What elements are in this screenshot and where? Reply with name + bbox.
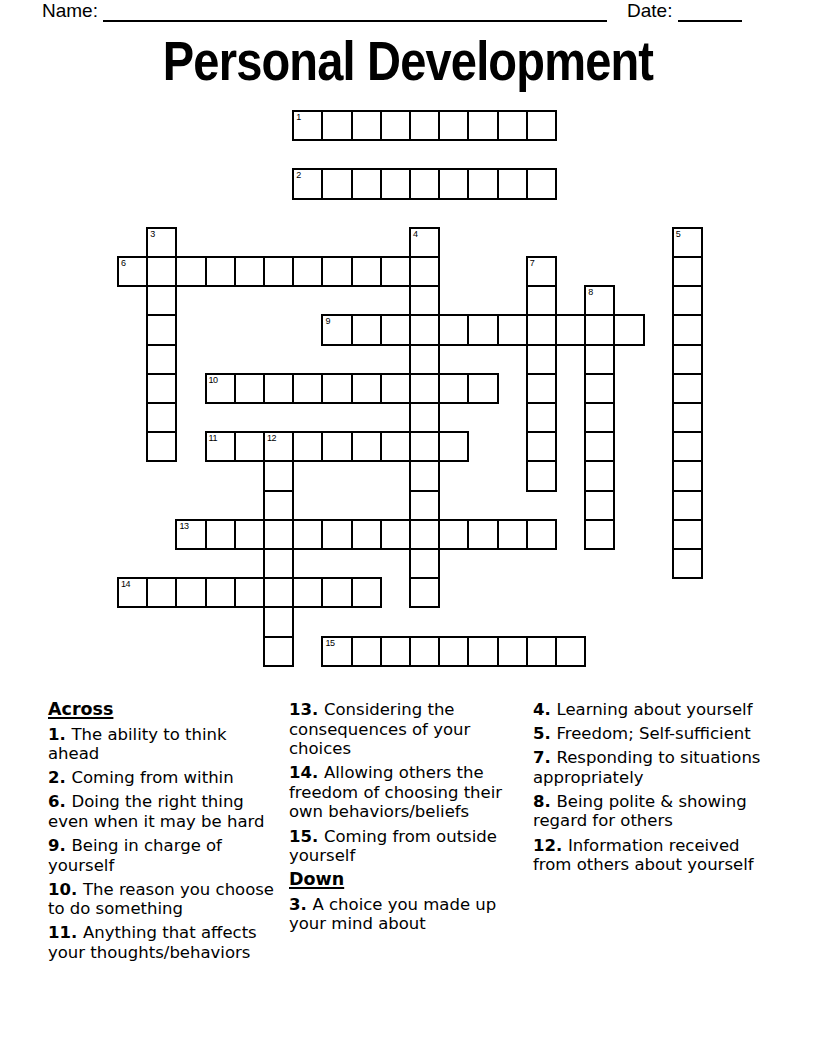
grid-cell-r12c5[interactable]: [263, 460, 294, 491]
grid-cell-r12c10[interactable]: [409, 460, 440, 491]
clue-number: 11.: [48, 923, 83, 942]
grid-cell-r0c9[interactable]: [380, 110, 411, 141]
grid-cell-r13c5[interactable]: [263, 490, 294, 521]
grid-cell-r14c12[interactable]: [467, 519, 498, 550]
grid-cell-r15c19[interactable]: [672, 548, 703, 579]
grid-cell-r11c3[interactable]: 11: [205, 431, 236, 462]
grid-cell-r11c10[interactable]: [409, 431, 440, 462]
grid-cell-r12c14[interactable]: [526, 460, 557, 491]
grid-cell-r5c19[interactable]: [672, 256, 703, 287]
clue-number: 3.: [289, 895, 313, 914]
grid-cell-r9c10[interactable]: [409, 373, 440, 404]
grid-cell-r5c5[interactable]: [263, 256, 294, 287]
grid-cell-r2c8[interactable]: [351, 168, 382, 199]
grid-cell-r0c14[interactable]: [526, 110, 557, 141]
grid-cell-r9c16[interactable]: [584, 373, 615, 404]
grid-cell-r16c4[interactable]: [234, 577, 265, 608]
grid-cell-r0c8[interactable]: [351, 110, 382, 141]
grid-cell-r6c14[interactable]: [526, 285, 557, 316]
cell-number-13: 13: [179, 521, 188, 532]
grid-cell-r7c17[interactable]: [613, 314, 644, 345]
grid-cell-r5c10[interactable]: [409, 256, 440, 287]
grid-cell-r5c7[interactable]: [321, 256, 352, 287]
clue-11-across: 11. Anything that affects your thoughts/…: [48, 923, 278, 962]
clue-13-across: 13. Considering the consequences of your…: [289, 700, 527, 759]
grid-cell-r8c16[interactable]: [584, 344, 615, 375]
clue-column-3: 4. Learning about yourself5. Freedom; Se…: [533, 700, 775, 879]
grid-cell-r8c19[interactable]: [672, 344, 703, 375]
grid-cell-r0c7[interactable]: [321, 110, 352, 141]
worksheet-page: Name: Date: Personal Development 1234567…: [0, 0, 816, 1056]
grid-cell-r15c10[interactable]: [409, 548, 440, 579]
grid-cell-r18c5[interactable]: [263, 636, 294, 667]
clue-text: Being polite & showing regard for others: [533, 792, 747, 831]
grid-cell-r5c9[interactable]: [380, 256, 411, 287]
clue-text: Doing the right thing even when it may b…: [48, 792, 264, 831]
grid-cell-r13c19[interactable]: [672, 490, 703, 521]
grid-cell-r2c12[interactable]: [467, 168, 498, 199]
grid-cell-r14c7[interactable]: [321, 519, 352, 550]
grid-cell-r18c7[interactable]: 15: [321, 636, 352, 667]
grid-cell-r5c8[interactable]: [351, 256, 382, 287]
grid-cell-r10c10[interactable]: [409, 402, 440, 433]
grid-cell-r7c15[interactable]: [555, 314, 586, 345]
grid-cell-r9c4[interactable]: [234, 373, 265, 404]
grid-cell-r4c1[interactable]: 3: [146, 227, 177, 258]
grid-cell-r6c16[interactable]: 8: [584, 285, 615, 316]
grid-cell-r7c16[interactable]: [584, 314, 615, 345]
clue-number: 12.: [533, 836, 568, 855]
grid-cell-r9c3[interactable]: 10: [205, 373, 236, 404]
grid-cell-r9c8[interactable]: [351, 373, 382, 404]
crossword-grid: 123456789101112131415: [117, 110, 733, 666]
grid-cell-r14c6[interactable]: [292, 519, 323, 550]
grid-cell-r16c2[interactable]: [175, 577, 206, 608]
grid-cell-r14c5[interactable]: [263, 519, 294, 550]
grid-cell-r16c10[interactable]: [409, 577, 440, 608]
clue-7-down: 7. Responding to situations appropriatel…: [533, 748, 775, 787]
clue-number: 5.: [533, 724, 557, 743]
grid-cell-r11c7[interactable]: [321, 431, 352, 462]
clue-text: Responding to situations appropriately: [533, 748, 760, 787]
grid-cell-r4c10[interactable]: 4: [409, 227, 440, 258]
clue-15-across: 15. Coming from outside yourself: [289, 827, 527, 866]
clue-column-2: 13. Considering the consequences of your…: [289, 700, 527, 939]
grid-cell-r18c12[interactable]: [467, 636, 498, 667]
page-title: Personal Development: [65, 30, 750, 92]
clue-5-down: 5. Freedom; Self-sufficient: [533, 724, 775, 744]
grid-cell-r7c19[interactable]: [672, 314, 703, 345]
clue-number: 13.: [289, 700, 324, 719]
grid-cell-r7c13[interactable]: [497, 314, 528, 345]
down-heading: Down: [289, 870, 527, 890]
clues-section: Across1. The ability to think ahead2. Co…: [48, 700, 775, 967]
clue-text: Coming from within: [72, 768, 234, 787]
grid-cell-r8c10[interactable]: [409, 344, 440, 375]
grid-cell-r2c11[interactable]: [438, 168, 469, 199]
clue-number: 1.: [48, 725, 72, 744]
grid-cell-r18c15[interactable]: [555, 636, 586, 667]
clue-14-across: 14. Allowing others the freedom of choos…: [289, 763, 527, 822]
grid-cell-r18c11[interactable]: [438, 636, 469, 667]
grid-cell-r10c14[interactable]: [526, 402, 557, 433]
grid-cell-r9c5[interactable]: [263, 373, 294, 404]
grid-cell-r2c14[interactable]: [526, 168, 557, 199]
grid-cell-r11c6[interactable]: [292, 431, 323, 462]
grid-cell-r0c12[interactable]: [467, 110, 498, 141]
grid-cell-r11c9[interactable]: [380, 431, 411, 462]
cell-number-4: 4: [413, 229, 418, 240]
grid-cell-r18c13[interactable]: [497, 636, 528, 667]
grid-cell-r11c8[interactable]: [351, 431, 382, 462]
grid-cell-r2c7[interactable]: [321, 168, 352, 199]
grid-cell-r16c7[interactable]: [321, 577, 352, 608]
cell-number-8: 8: [588, 287, 593, 298]
grid-cell-r5c0[interactable]: 6: [117, 256, 148, 287]
clue-number: 9.: [48, 836, 72, 855]
name-input-line[interactable]: [103, 0, 607, 22]
grid-cell-r18c14[interactable]: [526, 636, 557, 667]
grid-cell-r7c8[interactable]: [351, 314, 382, 345]
grid-cell-r13c16[interactable]: [584, 490, 615, 521]
date-input-line[interactable]: [678, 0, 742, 22]
grid-cell-r11c4[interactable]: [234, 431, 265, 462]
grid-cell-r0c11[interactable]: [438, 110, 469, 141]
grid-cell-r15c5[interactable]: [263, 548, 294, 579]
grid-cell-r5c14[interactable]: 7: [526, 256, 557, 287]
clue-text: Being in charge of yourself: [48, 836, 222, 875]
grid-cell-r14c10[interactable]: [409, 519, 440, 550]
grid-cell-r5c1[interactable]: [146, 256, 177, 287]
grid-cell-r14c2[interactable]: 13: [175, 519, 206, 550]
grid-cell-r5c2[interactable]: [175, 256, 206, 287]
grid-cell-r9c6[interactable]: [292, 373, 323, 404]
clue-text: A choice you made up your mind about: [289, 895, 496, 934]
clue-number: 14.: [289, 763, 324, 782]
grid-cell-r9c19[interactable]: [672, 373, 703, 404]
grid-cell-r5c6[interactable]: [292, 256, 323, 287]
grid-cell-r0c10[interactable]: [409, 110, 440, 141]
grid-cell-r18c8[interactable]: [351, 636, 382, 667]
grid-cell-r10c1[interactable]: [146, 402, 177, 433]
grid-cell-r13c10[interactable]: [409, 490, 440, 521]
cell-number-6: 6: [121, 258, 126, 269]
cell-number-12: 12: [267, 433, 276, 444]
grid-cell-r14c8[interactable]: [351, 519, 382, 550]
grid-cell-r16c0[interactable]: 14: [117, 577, 148, 608]
grid-cell-r14c16[interactable]: [584, 519, 615, 550]
clue-number: 15.: [289, 827, 324, 846]
clue-number: 10.: [48, 880, 83, 899]
clue-6-across: 6. Doing the right thing even when it ma…: [48, 792, 278, 831]
clue-number: 8.: [533, 792, 557, 811]
grid-cell-r4c19[interactable]: 5: [672, 227, 703, 258]
cell-number-1: 1: [296, 112, 301, 123]
clue-column-1: Across1. The ability to think ahead2. Co…: [48, 700, 278, 967]
grid-cell-r6c10[interactable]: [409, 285, 440, 316]
grid-cell-r11c19[interactable]: [672, 431, 703, 462]
grid-cell-r8c1[interactable]: [146, 344, 177, 375]
grid-cell-r14c9[interactable]: [380, 519, 411, 550]
grid-cell-r2c10[interactable]: [409, 168, 440, 199]
grid-cell-r16c1[interactable]: [146, 577, 177, 608]
clue-4-down: 4. Learning about yourself: [533, 700, 775, 720]
clue-8-down: 8. Being polite & showing regard for oth…: [533, 792, 775, 831]
grid-cell-r18c9[interactable]: [380, 636, 411, 667]
cell-number-9: 9: [325, 316, 330, 327]
grid-cell-r14c4[interactable]: [234, 519, 265, 550]
grid-cell-r14c3[interactable]: [205, 519, 236, 550]
grid-cell-r9c9[interactable]: [380, 373, 411, 404]
grid-cell-r9c7[interactable]: [321, 373, 352, 404]
clue-text: The ability to think ahead: [48, 725, 227, 764]
grid-cell-r14c11[interactable]: [438, 519, 469, 550]
grid-cell-r11c11[interactable]: [438, 431, 469, 462]
clue-3-down: 3. A choice you made up your mind about: [289, 895, 527, 934]
cell-number-14: 14: [121, 579, 130, 590]
cell-number-3: 3: [150, 229, 155, 240]
grid-cell-r2c9[interactable]: [380, 168, 411, 199]
clue-number: 4.: [533, 700, 557, 719]
name-label: Name:: [42, 0, 98, 21]
grid-cell-r9c1[interactable]: [146, 373, 177, 404]
grid-cell-r16c6[interactable]: [292, 577, 323, 608]
clue-1-across: 1. The ability to think ahead: [48, 725, 278, 764]
grid-cell-r11c16[interactable]: [584, 431, 615, 462]
clue-number: 7.: [533, 748, 557, 767]
grid-cell-r8c14[interactable]: [526, 344, 557, 375]
grid-cell-r7c9[interactable]: [380, 314, 411, 345]
grid-cell-r11c1[interactable]: [146, 431, 177, 462]
clue-2-across: 2. Coming from within: [48, 768, 278, 788]
clue-number: 6.: [48, 792, 72, 811]
grid-cell-r9c12[interactable]: [467, 373, 498, 404]
grid-cell-r2c6[interactable]: 2: [292, 168, 323, 199]
cell-number-2: 2: [296, 170, 301, 181]
across-heading: Across: [48, 700, 278, 720]
grid-cell-r14c19[interactable]: [672, 519, 703, 550]
grid-cell-r6c19[interactable]: [672, 285, 703, 316]
grid-cell-r11c5[interactable]: 12: [263, 431, 294, 462]
grid-cell-r14c14[interactable]: [526, 519, 557, 550]
grid-cell-r5c4[interactable]: [234, 256, 265, 287]
grid-cell-r2c13[interactable]: [497, 168, 528, 199]
grid-cell-r16c5[interactable]: [263, 577, 294, 608]
grid-cell-r9c11[interactable]: [438, 373, 469, 404]
cell-number-11: 11: [209, 433, 217, 444]
cell-number-10: 10: [209, 375, 218, 386]
date-label: Date:: [627, 0, 672, 21]
grid-cell-r7c10[interactable]: [409, 314, 440, 345]
grid-cell-r18c10[interactable]: [409, 636, 440, 667]
grid-cell-r7c12[interactable]: [467, 314, 498, 345]
grid-cell-r16c8[interactable]: [351, 577, 382, 608]
grid-cell-r5c3[interactable]: [205, 256, 236, 287]
grid-cell-r7c7[interactable]: 9: [321, 314, 352, 345]
grid-cell-r7c14[interactable]: [526, 314, 557, 345]
grid-cell-r14c13[interactable]: [497, 519, 528, 550]
grid-cell-r10c16[interactable]: [584, 402, 615, 433]
grid-cell-r12c16[interactable]: [584, 460, 615, 491]
cell-number-15: 15: [325, 638, 334, 649]
grid-cell-r17c5[interactable]: [263, 606, 294, 637]
grid-cell-r11c14[interactable]: [526, 431, 557, 462]
grid-cell-r10c19[interactable]: [672, 402, 703, 433]
grid-cell-r12c19[interactable]: [672, 460, 703, 491]
cell-number-7: 7: [530, 258, 535, 269]
grid-cell-r7c11[interactable]: [438, 314, 469, 345]
clue-text: Learning about yourself: [557, 700, 753, 719]
clue-number: 2.: [48, 768, 72, 787]
grid-cell-r9c14[interactable]: [526, 373, 557, 404]
grid-cell-r0c13[interactable]: [497, 110, 528, 141]
clue-text: Freedom; Self-sufficient: [557, 724, 751, 743]
cell-number-5: 5: [676, 229, 681, 240]
grid-cell-r16c3[interactable]: [205, 577, 236, 608]
grid-cell-r6c1[interactable]: [146, 285, 177, 316]
clue-9-across: 9. Being in charge of yourself: [48, 836, 278, 875]
grid-cell-r0c6[interactable]: 1: [292, 110, 323, 141]
grid-cell-r7c1[interactable]: [146, 314, 177, 345]
clue-10-across: 10. The reason you choose to do somethin…: [48, 880, 278, 919]
clue-12-down: 12. Information received from others abo…: [533, 836, 775, 875]
